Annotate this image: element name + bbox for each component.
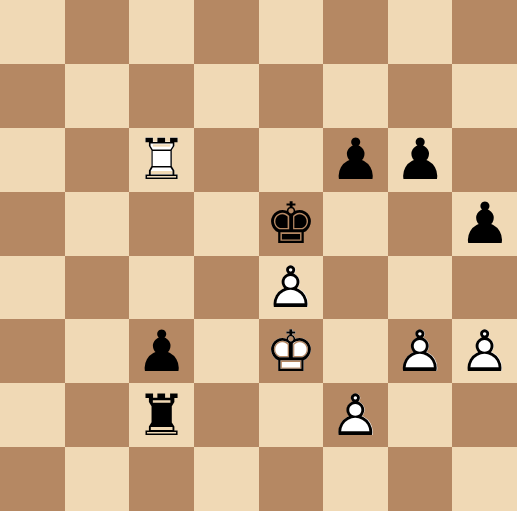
square-f3[interactable]	[323, 319, 388, 383]
square-h4[interactable]	[452, 256, 517, 320]
square-b5[interactable]	[65, 192, 130, 256]
square-d3[interactable]	[194, 319, 259, 383]
square-d1[interactable]	[194, 447, 259, 511]
piece-white-pawn[interactable]: ♟♙	[330, 387, 381, 444]
square-e8[interactable]	[259, 0, 324, 64]
square-c6[interactable]: ♜♖	[129, 128, 194, 192]
piece-outline: ♙	[330, 382, 381, 448]
square-e2[interactable]	[259, 383, 324, 447]
square-b6[interactable]	[65, 128, 130, 192]
square-a1[interactable]	[0, 447, 65, 511]
square-h2[interactable]	[452, 383, 517, 447]
square-g8[interactable]	[388, 0, 453, 64]
square-c8[interactable]	[129, 0, 194, 64]
square-c3[interactable]: ♟	[129, 319, 194, 383]
square-d8[interactable]	[194, 0, 259, 64]
square-g1[interactable]	[388, 447, 453, 511]
piece-outline: ♙	[395, 318, 446, 384]
square-g2[interactable]	[388, 383, 453, 447]
piece-white-king[interactable]: ♚♔	[265, 323, 316, 380]
square-a6[interactable]	[0, 128, 65, 192]
square-d6[interactable]	[194, 128, 259, 192]
piece-white-pawn[interactable]: ♟♙	[459, 323, 510, 380]
piece-black-pawn[interactable]: ♟	[330, 131, 381, 188]
square-b3[interactable]	[65, 319, 130, 383]
square-g3[interactable]: ♟♙	[388, 319, 453, 383]
square-c1[interactable]	[129, 447, 194, 511]
square-a3[interactable]	[0, 319, 65, 383]
chess-board: ♜♖♟♟♚♟♟♙♟♚♔♟♙♟♙♜♟♙	[0, 0, 517, 511]
square-g6[interactable]: ♟	[388, 128, 453, 192]
square-a8[interactable]	[0, 0, 65, 64]
square-h5[interactable]: ♟	[452, 192, 517, 256]
square-a4[interactable]	[0, 256, 65, 320]
square-e4[interactable]: ♟♙	[259, 256, 324, 320]
square-f1[interactable]	[323, 447, 388, 511]
piece-outline: ♙	[265, 254, 316, 320]
piece-black-pawn[interactable]: ♟	[459, 195, 510, 252]
square-f5[interactable]	[323, 192, 388, 256]
square-d7[interactable]	[194, 64, 259, 128]
square-a7[interactable]	[0, 64, 65, 128]
square-g4[interactable]	[388, 256, 453, 320]
square-f2[interactable]: ♟♙	[323, 383, 388, 447]
square-f8[interactable]	[323, 0, 388, 64]
square-c2[interactable]: ♜	[129, 383, 194, 447]
square-e6[interactable]	[259, 128, 324, 192]
square-c5[interactable]	[129, 192, 194, 256]
square-d4[interactable]	[194, 256, 259, 320]
square-f6[interactable]: ♟	[323, 128, 388, 192]
piece-black-pawn[interactable]: ♟	[395, 131, 446, 188]
piece-white-pawn[interactable]: ♟♙	[265, 259, 316, 316]
square-f7[interactable]	[323, 64, 388, 128]
square-a5[interactable]	[0, 192, 65, 256]
square-b4[interactable]	[65, 256, 130, 320]
piece-outline: ♙	[459, 318, 510, 384]
square-c7[interactable]	[129, 64, 194, 128]
square-d2[interactable]	[194, 383, 259, 447]
square-h6[interactable]	[452, 128, 517, 192]
square-e3[interactable]: ♚♔	[259, 319, 324, 383]
piece-black-rook[interactable]: ♜	[136, 387, 187, 444]
square-h7[interactable]	[452, 64, 517, 128]
square-b1[interactable]	[65, 447, 130, 511]
square-c4[interactable]	[129, 256, 194, 320]
square-g5[interactable]	[388, 192, 453, 256]
square-b8[interactable]	[65, 0, 130, 64]
piece-white-rook[interactable]: ♜♖	[136, 131, 187, 188]
piece-outline: ♖	[136, 126, 187, 192]
piece-black-pawn[interactable]: ♟	[136, 323, 187, 380]
piece-outline: ♔	[265, 318, 316, 384]
square-f4[interactable]	[323, 256, 388, 320]
square-h3[interactable]: ♟♙	[452, 319, 517, 383]
square-e7[interactable]	[259, 64, 324, 128]
square-h8[interactable]	[452, 0, 517, 64]
square-b2[interactable]	[65, 383, 130, 447]
square-h1[interactable]	[452, 447, 517, 511]
square-e5[interactable]: ♚	[259, 192, 324, 256]
piece-white-pawn[interactable]: ♟♙	[395, 323, 446, 380]
piece-black-king[interactable]: ♚	[265, 195, 316, 252]
square-b7[interactable]	[65, 64, 130, 128]
square-d5[interactable]	[194, 192, 259, 256]
square-e1[interactable]	[259, 447, 324, 511]
square-g7[interactable]	[388, 64, 453, 128]
square-a2[interactable]	[0, 383, 65, 447]
